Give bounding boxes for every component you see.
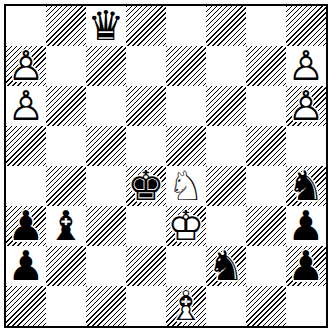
square-h5[interactable] bbox=[286, 126, 326, 166]
square-b2[interactable] bbox=[46, 246, 86, 286]
square-e6[interactable] bbox=[166, 86, 206, 126]
square-d6[interactable] bbox=[126, 86, 166, 126]
square-g5[interactable] bbox=[246, 126, 286, 166]
square-d2[interactable] bbox=[126, 246, 166, 286]
square-e5[interactable] bbox=[166, 126, 206, 166]
piece-black-knight-icon: ♞ bbox=[286, 166, 326, 206]
square-f4[interactable] bbox=[206, 166, 246, 206]
square-c7[interactable] bbox=[86, 46, 126, 86]
square-c4[interactable] bbox=[86, 166, 126, 206]
chess-board: ♛♟♙♟♙♟♙♟♙♚♞♘♞♟♝♚♔♟♟♞♟♝♗ bbox=[6, 6, 326, 326]
square-a8[interactable] bbox=[6, 6, 46, 46]
piece-black-king-icon: ♚ bbox=[126, 166, 166, 206]
board-frame: ♛♟♙♟♙♟♙♟♙♚♞♘♞♟♝♚♔♟♟♞♟♝♗ bbox=[4, 4, 328, 328]
square-b5[interactable] bbox=[46, 126, 86, 166]
piece-fill-backing: ♟ bbox=[6, 86, 46, 126]
piece-fill-backing: ♟ bbox=[6, 46, 46, 86]
piece-white-bishop-icon: ♗ bbox=[166, 286, 206, 326]
square-d5[interactable] bbox=[126, 126, 166, 166]
square-b3[interactable]: ♝ bbox=[46, 206, 86, 246]
square-g7[interactable] bbox=[246, 46, 286, 86]
piece-black-knight-icon: ♞ bbox=[206, 246, 246, 286]
square-a5[interactable] bbox=[6, 126, 46, 166]
piece-white-pawn-icon: ♙ bbox=[6, 46, 46, 86]
chess-diagram: ♛♟♙♟♙♟♙♟♙♚♞♘♞♟♝♚♔♟♟♞♟♝♗ bbox=[0, 0, 332, 332]
square-d1[interactable] bbox=[126, 286, 166, 326]
square-a7[interactable]: ♟♙ bbox=[6, 46, 46, 86]
square-g6[interactable] bbox=[246, 86, 286, 126]
piece-black-pawn-icon: ♟ bbox=[6, 206, 46, 246]
square-h3[interactable]: ♟ bbox=[286, 206, 326, 246]
square-e4[interactable]: ♞♘ bbox=[166, 166, 206, 206]
square-h6[interactable]: ♟♙ bbox=[286, 86, 326, 126]
square-c5[interactable] bbox=[86, 126, 126, 166]
square-g4[interactable] bbox=[246, 166, 286, 206]
piece-black-pawn-icon: ♟ bbox=[6, 246, 46, 286]
piece-white-pawn-icon: ♙ bbox=[6, 86, 46, 126]
square-h1[interactable] bbox=[286, 286, 326, 326]
square-a4[interactable] bbox=[6, 166, 46, 206]
piece-white-pawn-icon: ♙ bbox=[286, 46, 326, 86]
square-e8[interactable] bbox=[166, 6, 206, 46]
square-e3[interactable]: ♚♔ bbox=[166, 206, 206, 246]
square-f1[interactable] bbox=[206, 286, 246, 326]
square-c2[interactable] bbox=[86, 246, 126, 286]
square-f7[interactable] bbox=[206, 46, 246, 86]
square-f3[interactable] bbox=[206, 206, 246, 246]
square-g2[interactable] bbox=[246, 246, 286, 286]
piece-black-pawn-icon: ♟ bbox=[286, 246, 326, 286]
piece-black-bishop-icon: ♝ bbox=[46, 206, 86, 246]
piece-fill-backing: ♝ bbox=[166, 286, 206, 326]
square-f5[interactable] bbox=[206, 126, 246, 166]
square-c1[interactable] bbox=[86, 286, 126, 326]
square-d7[interactable] bbox=[126, 46, 166, 86]
square-b6[interactable] bbox=[46, 86, 86, 126]
square-a1[interactable] bbox=[6, 286, 46, 326]
square-a2[interactable]: ♟ bbox=[6, 246, 46, 286]
square-g1[interactable] bbox=[246, 286, 286, 326]
square-h4[interactable]: ♞ bbox=[286, 166, 326, 206]
square-h2[interactable]: ♟ bbox=[286, 246, 326, 286]
piece-fill-backing: ♚ bbox=[166, 206, 206, 246]
piece-black-pawn-icon: ♟ bbox=[286, 206, 326, 246]
square-f8[interactable] bbox=[206, 6, 246, 46]
square-f2[interactable]: ♞ bbox=[206, 246, 246, 286]
square-b8[interactable] bbox=[46, 6, 86, 46]
square-b1[interactable] bbox=[46, 286, 86, 326]
square-g3[interactable] bbox=[246, 206, 286, 246]
square-c3[interactable] bbox=[86, 206, 126, 246]
square-c8[interactable]: ♛ bbox=[86, 6, 126, 46]
square-c6[interactable] bbox=[86, 86, 126, 126]
piece-fill-backing: ♞ bbox=[166, 166, 206, 206]
square-h7[interactable]: ♟♙ bbox=[286, 46, 326, 86]
square-d8[interactable] bbox=[126, 6, 166, 46]
square-b4[interactable] bbox=[46, 166, 86, 206]
piece-white-king-icon: ♔ bbox=[166, 206, 206, 246]
square-f6[interactable] bbox=[206, 86, 246, 126]
square-e1[interactable]: ♝♗ bbox=[166, 286, 206, 326]
square-b7[interactable] bbox=[46, 46, 86, 86]
piece-fill-backing: ♟ bbox=[286, 86, 326, 126]
piece-fill-backing: ♟ bbox=[286, 46, 326, 86]
square-d3[interactable] bbox=[126, 206, 166, 246]
square-e2[interactable] bbox=[166, 246, 206, 286]
square-a3[interactable]: ♟ bbox=[6, 206, 46, 246]
piece-white-pawn-icon: ♙ bbox=[286, 86, 326, 126]
square-g8[interactable] bbox=[246, 6, 286, 46]
piece-black-queen-icon: ♛ bbox=[86, 6, 126, 46]
square-h8[interactable] bbox=[286, 6, 326, 46]
square-a6[interactable]: ♟♙ bbox=[6, 86, 46, 126]
square-d4[interactable]: ♚ bbox=[126, 166, 166, 206]
square-e7[interactable] bbox=[166, 46, 206, 86]
piece-white-knight-icon: ♘ bbox=[166, 166, 206, 206]
